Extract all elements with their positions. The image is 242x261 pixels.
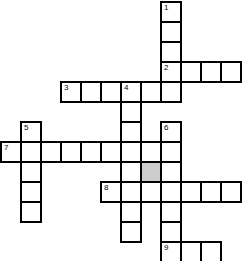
- cell[interactable]: [140, 141, 162, 163]
- cell[interactable]: 1: [160, 1, 182, 23]
- cell[interactable]: [160, 201, 182, 223]
- cell[interactable]: 7: [0, 141, 22, 163]
- cell[interactable]: [140, 181, 162, 203]
- cell[interactable]: [160, 161, 182, 183]
- clue-number: 8: [104, 184, 108, 192]
- clue-number: 6: [164, 124, 168, 132]
- cell[interactable]: [200, 241, 222, 261]
- cell[interactable]: 4: [120, 81, 142, 103]
- cell[interactable]: [120, 101, 142, 123]
- cell[interactable]: [140, 81, 162, 103]
- cell[interactable]: [180, 241, 202, 261]
- cell[interactable]: [120, 121, 142, 143]
- shaded-cell: [140, 161, 162, 183]
- cell[interactable]: 5: [20, 121, 42, 143]
- cell[interactable]: [160, 141, 182, 163]
- cell[interactable]: [20, 141, 42, 163]
- cell[interactable]: [60, 141, 82, 163]
- cell[interactable]: [120, 181, 142, 203]
- cell[interactable]: 6: [160, 121, 182, 143]
- cell[interactable]: [80, 81, 102, 103]
- cell[interactable]: [20, 201, 42, 223]
- cell[interactable]: [120, 141, 142, 163]
- cell[interactable]: [180, 61, 202, 83]
- cell[interactable]: 3: [60, 81, 82, 103]
- cell[interactable]: [160, 181, 182, 203]
- crossword-board: 123456789: [0, 0, 241, 261]
- cell[interactable]: [220, 181, 242, 203]
- cell[interactable]: [40, 141, 62, 163]
- cell[interactable]: [20, 181, 42, 203]
- cell[interactable]: [120, 221, 142, 243]
- cell[interactable]: [120, 161, 142, 183]
- cell[interactable]: [80, 141, 102, 163]
- clue-number: 5: [24, 124, 28, 132]
- clue-number: 1: [164, 4, 168, 12]
- cell[interactable]: [160, 221, 182, 243]
- cell[interactable]: 2: [160, 61, 182, 83]
- cell[interactable]: [120, 201, 142, 223]
- cell[interactable]: [160, 21, 182, 43]
- cell[interactable]: [20, 161, 42, 183]
- clue-number: 2: [164, 64, 168, 72]
- clue-number: 4: [124, 84, 128, 92]
- cell[interactable]: [100, 81, 122, 103]
- cell[interactable]: 8: [100, 181, 122, 203]
- cell[interactable]: [200, 61, 222, 83]
- cell[interactable]: 9: [160, 241, 182, 261]
- clue-number: 9: [164, 244, 168, 252]
- cell[interactable]: [160, 41, 182, 63]
- clue-number: 3: [64, 84, 68, 92]
- cell[interactable]: [100, 141, 122, 163]
- clue-number: 7: [4, 144, 8, 152]
- cell[interactable]: [160, 81, 182, 103]
- cell[interactable]: [180, 181, 202, 203]
- cell[interactable]: [220, 61, 242, 83]
- cell[interactable]: [200, 181, 222, 203]
